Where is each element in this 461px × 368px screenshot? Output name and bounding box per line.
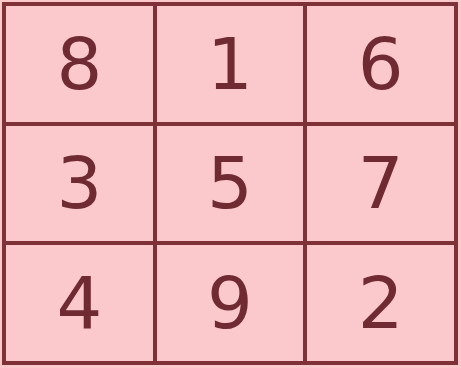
cell-r2c1[interactable]: 3 [6,126,153,242]
board-container: 8 1 6 3 5 7 4 9 2 [0,0,461,368]
cell-r3c2[interactable]: 9 [157,245,304,361]
cell-r3c1[interactable]: 4 [6,245,153,361]
cell-r1c3[interactable]: 6 [307,6,454,122]
magic-square-board: 8 1 6 3 5 7 4 9 2 [2,2,458,365]
cell-r1c1[interactable]: 8 [6,6,153,122]
cell-r2c3[interactable]: 7 [307,126,454,242]
cell-r3c3[interactable]: 2 [307,245,454,361]
cell-r1c2[interactable]: 1 [157,6,304,122]
cell-r2c2[interactable]: 5 [157,126,304,242]
